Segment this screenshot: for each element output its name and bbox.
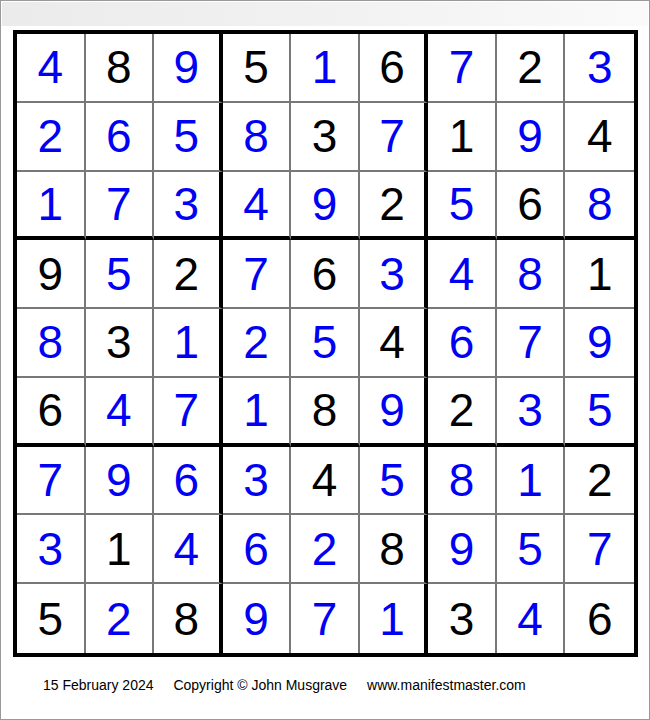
sudoku-cell-r5c2: 3 bbox=[86, 309, 155, 378]
sudoku-cell-r8c5: 2 bbox=[291, 515, 360, 584]
sudoku-cell-r2c3: 5 bbox=[154, 103, 223, 172]
sudoku-cell-r4c1: 9 bbox=[17, 240, 86, 309]
sudoku-cell-r4c3: 2 bbox=[154, 240, 223, 309]
sudoku-cell-r8c2: 1 bbox=[86, 515, 155, 584]
sudoku-cell-r7c6: 5 bbox=[360, 447, 429, 516]
sudoku-cell-r7c8: 1 bbox=[497, 447, 566, 516]
sudoku-cell-r7c1: 7 bbox=[17, 447, 86, 516]
sudoku-cell-r8c6: 8 bbox=[360, 515, 429, 584]
sudoku-cell-r4c6: 3 bbox=[360, 240, 429, 309]
sudoku-cell-r6c5: 8 bbox=[291, 378, 360, 447]
sudoku-cell-r3c4: 4 bbox=[223, 172, 292, 241]
sudoku-cell-r4c4: 7 bbox=[223, 240, 292, 309]
sudoku-cell-r8c8: 5 bbox=[497, 515, 566, 584]
sudoku-cell-r5c7: 6 bbox=[428, 309, 497, 378]
sudoku-cell-r8c3: 4 bbox=[154, 515, 223, 584]
sudoku-cell-r7c9: 2 bbox=[565, 447, 634, 516]
footer-copyright: Copyright © John Musgrave bbox=[173, 677, 347, 693]
sudoku-cell-r6c6: 9 bbox=[360, 378, 429, 447]
sudoku-page: 4895167232658371941734925689527634818312… bbox=[0, 0, 650, 720]
sudoku-cell-r8c7: 9 bbox=[428, 515, 497, 584]
top-band bbox=[2, 2, 648, 26]
sudoku-cell-r9c4: 9 bbox=[223, 584, 292, 653]
sudoku-cell-r5c9: 9 bbox=[565, 309, 634, 378]
sudoku-cell-r7c2: 9 bbox=[86, 447, 155, 516]
sudoku-cell-r5c8: 7 bbox=[497, 309, 566, 378]
sudoku-cell-r3c1: 1 bbox=[17, 172, 86, 241]
sudoku-cell-r3c8: 6 bbox=[497, 172, 566, 241]
sudoku-cell-r6c7: 2 bbox=[428, 378, 497, 447]
sudoku-cell-r4c2: 5 bbox=[86, 240, 155, 309]
sudoku-cell-r2c1: 2 bbox=[17, 103, 86, 172]
sudoku-cell-r5c3: 1 bbox=[154, 309, 223, 378]
sudoku-cell-r1c1: 4 bbox=[17, 34, 86, 103]
sudoku-cell-r1c7: 7 bbox=[428, 34, 497, 103]
sudoku-cell-r8c4: 6 bbox=[223, 515, 292, 584]
sudoku-cell-r5c6: 4 bbox=[360, 309, 429, 378]
footer-date: 15 February 2024 bbox=[43, 677, 154, 693]
sudoku-cell-r9c5: 7 bbox=[291, 584, 360, 653]
sudoku-cell-r7c7: 8 bbox=[428, 447, 497, 516]
sudoku-cell-r9c3: 8 bbox=[154, 584, 223, 653]
sudoku-board: 4895167232658371941734925689527634818312… bbox=[13, 30, 638, 657]
sudoku-cell-r3c7: 5 bbox=[428, 172, 497, 241]
sudoku-cell-r6c2: 4 bbox=[86, 378, 155, 447]
sudoku-cell-r6c9: 5 bbox=[565, 378, 634, 447]
sudoku-cell-r3c2: 7 bbox=[86, 172, 155, 241]
sudoku-cell-r3c6: 2 bbox=[360, 172, 429, 241]
sudoku-cell-r5c1: 8 bbox=[17, 309, 86, 378]
sudoku-cell-r1c5: 1 bbox=[291, 34, 360, 103]
sudoku-cell-r4c5: 6 bbox=[291, 240, 360, 309]
sudoku-cell-r9c6: 1 bbox=[360, 584, 429, 653]
sudoku-cell-r2c2: 6 bbox=[86, 103, 155, 172]
sudoku-cell-r2c5: 3 bbox=[291, 103, 360, 172]
sudoku-cell-r1c4: 5 bbox=[223, 34, 292, 103]
sudoku-cell-r8c9: 7 bbox=[565, 515, 634, 584]
footer: 15 February 2024 Copyright © John Musgra… bbox=[43, 677, 526, 693]
sudoku-cell-r8c1: 3 bbox=[17, 515, 86, 584]
sudoku-cell-r9c7: 3 bbox=[428, 584, 497, 653]
sudoku-cell-r3c5: 9 bbox=[291, 172, 360, 241]
sudoku-cell-r6c1: 6 bbox=[17, 378, 86, 447]
sudoku-cell-r1c9: 3 bbox=[565, 34, 634, 103]
sudoku-cell-r4c8: 8 bbox=[497, 240, 566, 309]
sudoku-cell-r5c4: 2 bbox=[223, 309, 292, 378]
sudoku-cell-r1c8: 2 bbox=[497, 34, 566, 103]
sudoku-cell-r1c3: 9 bbox=[154, 34, 223, 103]
sudoku-cell-r4c9: 1 bbox=[565, 240, 634, 309]
sudoku-cell-r7c4: 3 bbox=[223, 447, 292, 516]
sudoku-cell-r1c6: 6 bbox=[360, 34, 429, 103]
footer-website: www.manifestmaster.com bbox=[367, 677, 526, 693]
sudoku-cell-r6c4: 1 bbox=[223, 378, 292, 447]
sudoku-cell-r2c9: 4 bbox=[565, 103, 634, 172]
sudoku-cell-r9c8: 4 bbox=[497, 584, 566, 653]
sudoku-cell-r4c7: 4 bbox=[428, 240, 497, 309]
sudoku-cell-r6c8: 3 bbox=[497, 378, 566, 447]
sudoku-cell-r5c5: 5 bbox=[291, 309, 360, 378]
sudoku-cell-r9c1: 5 bbox=[17, 584, 86, 653]
sudoku-cell-r9c2: 2 bbox=[86, 584, 155, 653]
sudoku-cell-r3c9: 8 bbox=[565, 172, 634, 241]
sudoku-cell-r6c3: 7 bbox=[154, 378, 223, 447]
sudoku-cell-r2c8: 9 bbox=[497, 103, 566, 172]
sudoku-cell-r2c6: 7 bbox=[360, 103, 429, 172]
sudoku-cell-r2c4: 8 bbox=[223, 103, 292, 172]
sudoku-cell-r7c5: 4 bbox=[291, 447, 360, 516]
sudoku-cell-r9c9: 6 bbox=[565, 584, 634, 653]
sudoku-cell-r3c3: 3 bbox=[154, 172, 223, 241]
sudoku-cell-r2c7: 1 bbox=[428, 103, 497, 172]
sudoku-cell-r1c2: 8 bbox=[86, 34, 155, 103]
sudoku-cell-r7c3: 6 bbox=[154, 447, 223, 516]
